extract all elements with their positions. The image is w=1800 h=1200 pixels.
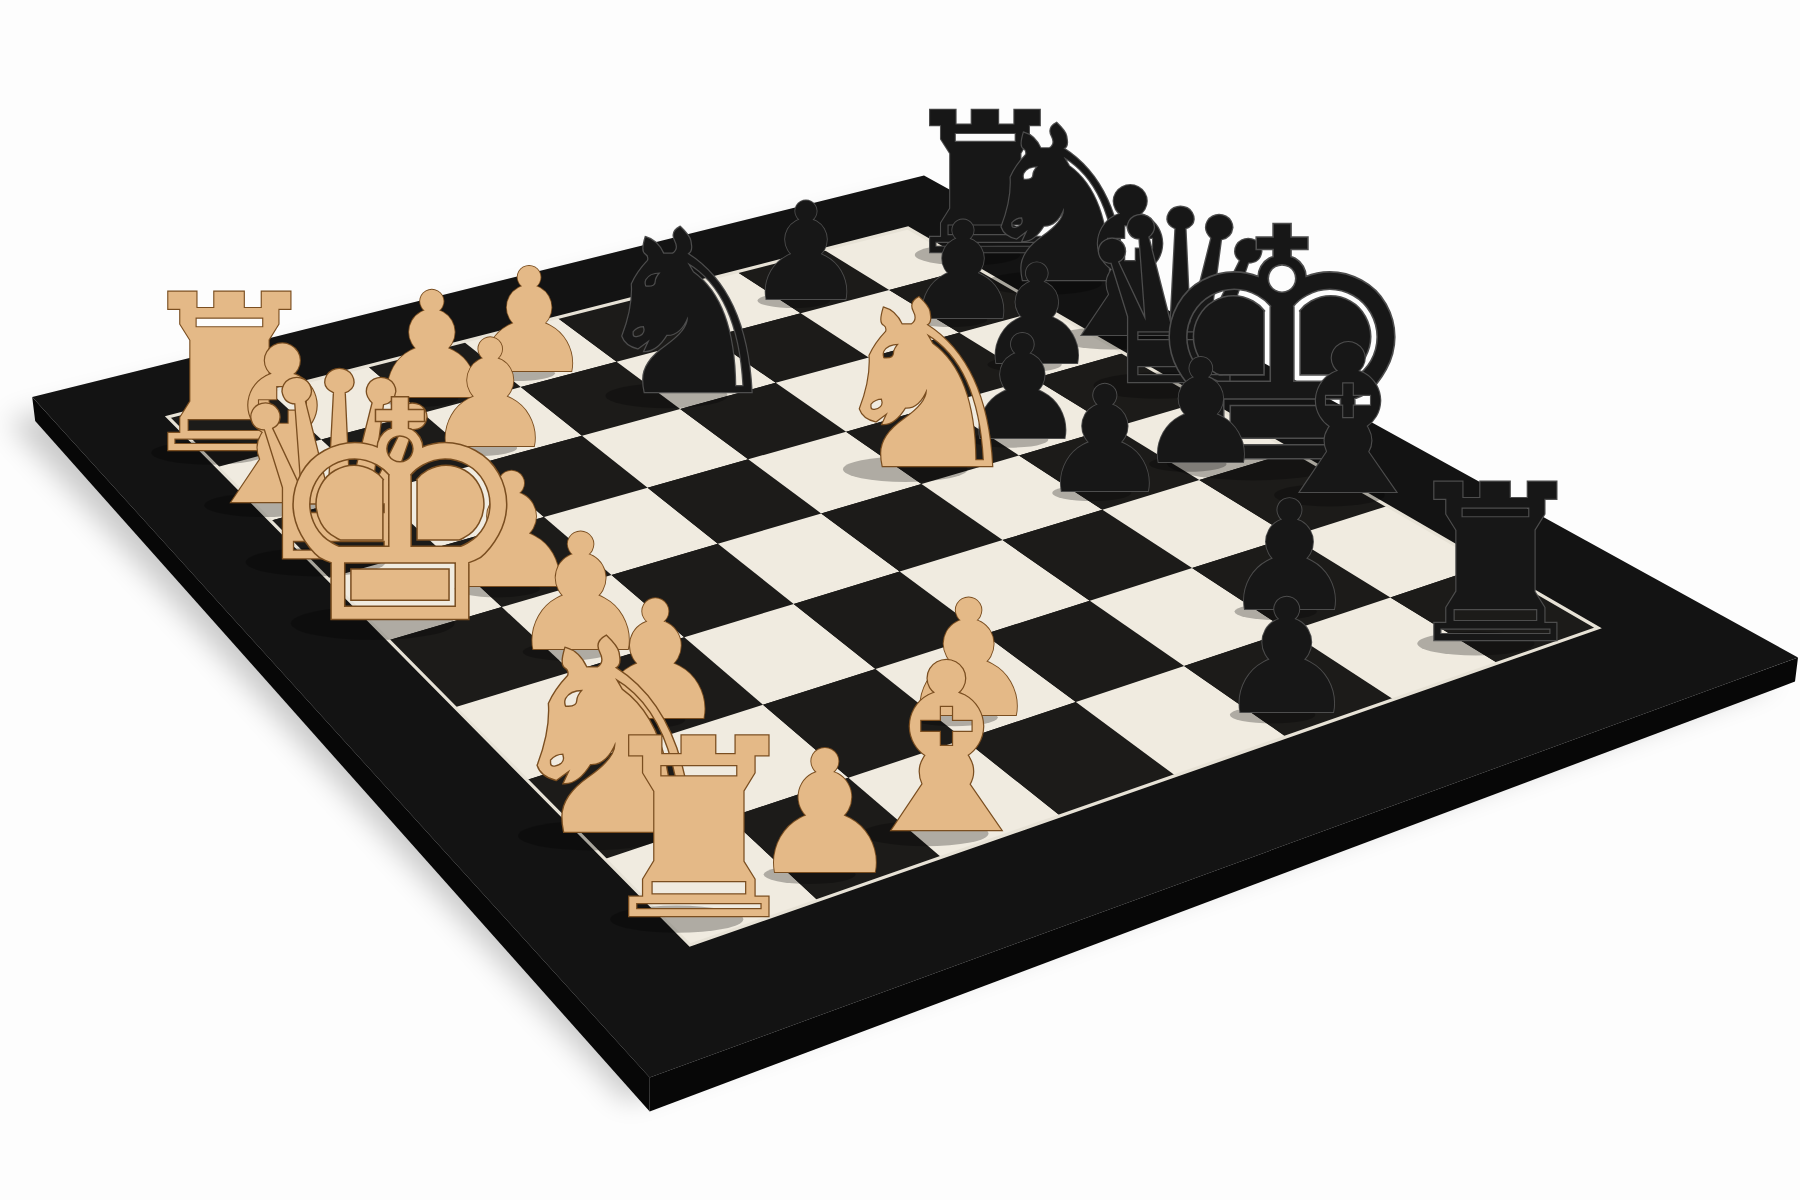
chessboard-photo: ♜♞♝♛♚♝♟♟♟♟♟♟♞♟♞♟♟♜♜♟♝♛♟♟♚♟♟♟♝♞♟♜ bbox=[0, 0, 1800, 1200]
black-rook-h8: ♜ bbox=[1398, 439, 1593, 691]
white-knight-d6: ♞ bbox=[823, 252, 1030, 520]
chess-set-photo: ♜♞♝♛♚♝♟♟♟♟♟♟♞♟♞♟♟♜♜♟♝♛♟♟♚♟♟♟♝♞♟♜ bbox=[0, 0, 1800, 1200]
black-pawn-e7: ♟ bbox=[1039, 355, 1171, 526]
black-pawn-h6: ♟ bbox=[1216, 565, 1358, 749]
white-rook-h1: ♜ bbox=[588, 687, 809, 974]
black-knight-b5: ♞ bbox=[586, 182, 789, 445]
